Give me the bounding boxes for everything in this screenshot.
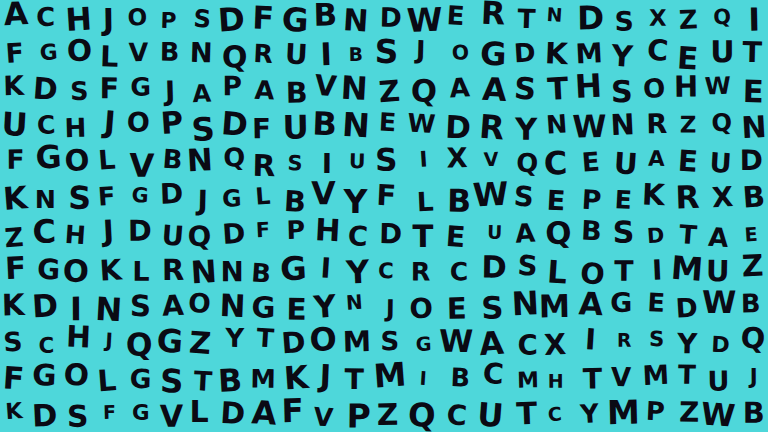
letter-cell[interactable]: Q <box>704 0 740 36</box>
letter-cell[interactable]: O <box>442 34 478 72</box>
letter-cell[interactable]: N <box>183 141 216 179</box>
letter-cell[interactable]: U <box>476 214 513 251</box>
letter-cell[interactable]: A <box>640 141 671 177</box>
letter-cell[interactable]: Q <box>542 214 575 252</box>
letter-cell[interactable]: D <box>217 215 250 253</box>
letter-cell[interactable]: U <box>471 396 509 432</box>
letter-cell[interactable]: C <box>28 213 61 250</box>
letter-cell[interactable]: D <box>374 0 408 36</box>
letter-cell[interactable]: K <box>0 288 29 325</box>
letter-cell[interactable]: C <box>538 395 571 432</box>
letter-cell[interactable]: B <box>310 0 342 33</box>
letter-cell[interactable]: F <box>369 176 403 213</box>
letter-cell[interactable]: G <box>279 2 312 40</box>
letter-cell[interactable]: U <box>701 363 736 400</box>
letter-cell[interactable]: S <box>64 74 95 110</box>
letter-cell[interactable]: R <box>247 36 280 73</box>
letter-cell[interactable]: S <box>373 323 406 360</box>
letter-cell[interactable]: D <box>28 70 62 108</box>
letter-cell[interactable]: U <box>280 109 312 146</box>
letter-cell[interactable]: B <box>244 255 277 293</box>
letter-cell[interactable]: S <box>507 178 541 216</box>
letter-cell[interactable]: I <box>641 252 674 289</box>
letter-cell[interactable]: M <box>639 357 672 394</box>
letter-cell[interactable]: D <box>702 325 738 362</box>
letter-cell[interactable]: D <box>669 289 703 327</box>
letter-cell[interactable]: Q <box>405 72 442 109</box>
letter-cell[interactable]: B <box>281 74 313 111</box>
letter-cell[interactable]: S <box>0 323 30 361</box>
letter-cell[interactable]: Y <box>604 38 639 76</box>
letter-cell[interactable]: R <box>402 255 438 291</box>
letter-cell[interactable]: F <box>246 111 278 147</box>
letter-cell[interactable]: S <box>186 0 219 38</box>
letter-cell[interactable]: D <box>736 143 767 179</box>
letter-cell[interactable]: G <box>474 35 511 72</box>
letter-cell[interactable]: H <box>59 217 92 255</box>
letter-cell[interactable]: D <box>277 323 311 361</box>
letter-cell[interactable]: V <box>156 399 187 432</box>
letter-cell[interactable]: U <box>341 143 373 180</box>
letter-cell[interactable]: F <box>0 249 32 286</box>
letter-cell[interactable]: Q <box>703 104 739 142</box>
letter-cell[interactable]: E <box>572 143 609 182</box>
letter-cell[interactable]: O <box>121 0 153 37</box>
letter-cell[interactable]: E <box>437 218 474 256</box>
letter-cell[interactable]: S <box>125 289 156 325</box>
letter-cell[interactable]: Q <box>736 319 768 357</box>
letter-cell[interactable]: R <box>641 106 673 142</box>
letter-cell[interactable]: N <box>737 109 768 147</box>
letter-cell[interactable]: N <box>338 69 371 107</box>
letter-cell[interactable]: U <box>0 106 31 144</box>
letter-cell[interactable]: C <box>641 31 674 69</box>
letter-cell[interactable]: D <box>508 34 541 72</box>
letter-cell[interactable]: I <box>404 359 442 397</box>
letter-cell[interactable]: W <box>472 176 509 214</box>
letter-cell[interactable]: F <box>0 34 31 72</box>
letter-cell[interactable]: O <box>307 321 339 358</box>
letter-cell[interactable]: O <box>183 284 216 322</box>
letter-cell[interactable]: L <box>184 394 215 430</box>
letter-cell[interactable]: P <box>639 393 672 430</box>
letter-cell[interactable]: N <box>185 35 217 72</box>
letter-cell[interactable]: R <box>670 180 703 217</box>
word-search-board: ACHJOPSDFGBNDWERTNDSXZQIFGOLVBNQRUIBSJOG… <box>0 0 768 432</box>
letter-cell[interactable]: L <box>125 254 156 290</box>
letter-cell[interactable]: F <box>277 393 309 430</box>
letter-cell[interactable]: G <box>124 176 157 214</box>
letter-cell[interactable]: G <box>125 69 157 105</box>
letter-cell[interactable]: K <box>0 68 30 105</box>
letter-cell[interactable]: D <box>28 397 61 432</box>
letter-cell[interactable]: A <box>573 286 609 324</box>
letter-cell[interactable]: N <box>339 106 372 144</box>
letter-cell[interactable]: U <box>702 144 738 182</box>
letter-cell[interactable]: G <box>277 250 310 288</box>
letter-cell[interactable]: W <box>700 68 736 105</box>
letter-cell[interactable]: N <box>509 285 542 323</box>
letter-cell[interactable]: M <box>372 357 407 395</box>
letter-cell[interactable]: D <box>124 213 155 249</box>
letter-cell[interactable]: Z <box>736 247 768 284</box>
letter-cell[interactable]: N <box>217 254 248 290</box>
letter-cell[interactable]: B <box>737 179 768 217</box>
letter-cell[interactable]: R <box>607 323 640 359</box>
letter-cell[interactable]: D <box>216 395 249 432</box>
letter-cell[interactable]: F <box>90 178 123 216</box>
letter-cell[interactable]: E <box>437 0 473 35</box>
letter-cell[interactable]: F <box>94 394 126 431</box>
letter-cell[interactable]: N <box>605 106 640 144</box>
letter-cell[interactable]: O <box>60 253 92 290</box>
letter-cell[interactable]: G <box>215 181 248 218</box>
letter-cell[interactable]: D <box>155 176 187 213</box>
letter-cell[interactable]: S <box>370 34 403 71</box>
letter-cell[interactable]: G <box>32 34 65 72</box>
letter-cell[interactable]: C <box>474 355 512 393</box>
letter-cell[interactable]: W <box>702 285 736 321</box>
letter-cell[interactable]: E <box>370 104 404 142</box>
letter-cell[interactable]: H <box>570 67 606 105</box>
letter-cell[interactable]: M <box>669 250 704 288</box>
letter-cell[interactable]: C <box>369 253 402 289</box>
letter-cell[interactable]: I <box>404 141 442 179</box>
letter-cell[interactable]: N <box>338 284 371 322</box>
letter-cell[interactable]: G <box>605 285 638 321</box>
letter-cell[interactable]: D <box>573 0 608 36</box>
letter-cell[interactable]: O <box>402 290 439 327</box>
letter-cell[interactable]: P <box>343 397 374 432</box>
letter-cell[interactable]: E <box>670 143 704 181</box>
letter-cell[interactable]: D <box>29 288 62 326</box>
letter-cell[interactable]: W <box>699 395 736 432</box>
letter-cell[interactable]: F <box>0 142 31 178</box>
letter-cell[interactable]: F <box>247 211 280 248</box>
letter-cell[interactable]: K <box>94 252 127 290</box>
letter-cell[interactable]: B <box>441 184 476 221</box>
letter-cell[interactable]: C <box>540 145 573 182</box>
letter-cell[interactable]: D <box>476 249 512 285</box>
letter-cell[interactable]: Z <box>183 324 217 362</box>
letter-cell[interactable]: I <box>738 1 768 38</box>
letter-cell[interactable]: J <box>738 359 768 395</box>
letter-cell[interactable]: A <box>441 69 477 107</box>
letter-cell[interactable]: J <box>402 32 439 69</box>
letter-cell[interactable]: S <box>605 74 638 110</box>
letter-cell[interactable]: P <box>217 68 248 104</box>
letter-cell[interactable]: V <box>123 35 154 71</box>
letter-cell[interactable]: F <box>0 359 30 397</box>
letter-cell[interactable]: C <box>30 0 61 36</box>
letter-cell[interactable]: D <box>215 1 248 39</box>
letter-cell[interactable]: W <box>572 108 607 145</box>
letter-cell[interactable]: O <box>123 104 154 140</box>
letter-cell[interactable]: J <box>187 183 219 220</box>
letter-cell[interactable]: N <box>538 0 571 33</box>
letter-cell[interactable]: M <box>341 324 373 361</box>
letter-cell[interactable]: Q <box>403 397 440 432</box>
letter-cell[interactable]: G <box>405 326 442 363</box>
letter-cell[interactable]: S <box>62 399 93 432</box>
letter-cell[interactable]: J <box>309 357 341 394</box>
letter-cell[interactable]: A <box>0 0 32 34</box>
letter-cell[interactable]: V <box>604 359 637 395</box>
letter-cell[interactable]: C <box>438 397 475 432</box>
letter-cell[interactable]: M <box>539 289 571 326</box>
letter-cell[interactable]: B <box>340 37 371 73</box>
letter-cell[interactable]: S <box>474 290 511 327</box>
letter-cell[interactable]: T <box>736 34 768 71</box>
letter-cell[interactable]: S <box>607 3 640 40</box>
letter-cell[interactable]: B <box>738 395 768 431</box>
letter-cell[interactable]: K <box>0 180 32 218</box>
letter-cell[interactable]: P <box>280 212 312 249</box>
letter-cell[interactable]: X <box>539 326 572 363</box>
letter-cell[interactable]: B <box>308 105 340 142</box>
letter-cell[interactable]: Y <box>219 321 250 357</box>
letter-cell[interactable]: G <box>125 361 157 398</box>
letter-cell[interactable]: H <box>540 363 571 399</box>
letter-cell[interactable]: V <box>308 176 339 212</box>
letter-cell[interactable]: A <box>185 75 217 112</box>
letter-cell[interactable]: Q <box>219 140 251 177</box>
letter-cell[interactable]: Y <box>571 395 608 432</box>
letter-cell[interactable]: L <box>90 141 124 179</box>
letter-cell[interactable]: Z <box>371 398 404 432</box>
letter-cell[interactable]: Z <box>671 2 705 39</box>
letter-cell[interactable]: J <box>93 103 127 141</box>
letter-cell[interactable]: Q <box>184 219 215 255</box>
letter-cell[interactable]: Q <box>123 327 154 363</box>
letter-cell[interactable]: F <box>247 0 279 37</box>
letter-cell[interactable]: W <box>439 323 474 359</box>
letter-cell[interactable]: R <box>474 0 511 33</box>
letter-cell[interactable]: B <box>442 360 478 397</box>
letter-cell[interactable]: B <box>154 34 185 70</box>
letter-cell[interactable]: Z <box>672 107 704 143</box>
letter-cell[interactable]: N <box>339 2 372 40</box>
letter-cell[interactable]: B <box>573 212 609 250</box>
letter-cell[interactable]: O <box>60 356 93 394</box>
letter-cell[interactable]: A <box>248 73 280 110</box>
letter-cell[interactable]: G <box>28 358 61 395</box>
letter-cell[interactable]: U <box>705 34 739 70</box>
letter-cell[interactable]: X <box>642 0 673 36</box>
letter-cell[interactable]: H <box>311 212 344 250</box>
letter-cell[interactable]: S <box>509 70 543 108</box>
letter-cell[interactable]: O <box>63 32 95 69</box>
letter-cell[interactable]: F <box>94 70 125 106</box>
letter-cell[interactable]: D <box>639 217 672 255</box>
letter-cell[interactable]: B <box>735 286 766 322</box>
letter-cell[interactable]: C <box>441 253 476 290</box>
letter-cell[interactable]: L <box>406 183 443 221</box>
letter-cell[interactable]: L <box>541 254 575 292</box>
letter-cell[interactable]: J <box>92 213 125 251</box>
letter-cell[interactable]: J <box>93 2 124 38</box>
letter-cell[interactable]: E <box>737 73 768 110</box>
letter-cell[interactable]: P <box>155 104 188 142</box>
letter-cell[interactable]: V <box>307 399 340 432</box>
letter-cell[interactable]: K <box>637 177 670 214</box>
letter-cell[interactable]: D <box>374 216 407 253</box>
letter-cell[interactable]: K <box>540 36 573 73</box>
letter-cell[interactable]: I <box>572 320 608 358</box>
letter-cell[interactable]: X <box>439 140 474 177</box>
letter-cell[interactable]: G <box>153 322 186 360</box>
letter-cell[interactable]: S <box>511 247 544 285</box>
letter-cell[interactable]: S <box>641 321 672 357</box>
letter-cell[interactable]: T <box>339 362 370 398</box>
letter-cell[interactable]: A <box>248 394 281 432</box>
letter-cell[interactable]: X <box>704 178 740 216</box>
letter-cell[interactable]: E <box>639 285 672 323</box>
letter-cell[interactable]: Y <box>340 184 371 220</box>
letter-cell[interactable]: A <box>700 218 737 256</box>
letter-cell[interactable]: J <box>93 321 126 359</box>
letter-cell[interactable]: S <box>370 141 403 177</box>
letter-cell[interactable]: I <box>309 250 342 288</box>
letter-cell[interactable]: H <box>670 70 702 106</box>
letter-cell[interactable]: H <box>62 319 94 356</box>
letter-cell[interactable]: V <box>472 140 509 177</box>
letter-cell[interactable]: S <box>607 215 640 251</box>
letter-cell[interactable]: G <box>125 395 156 431</box>
letter-cell[interactable]: O <box>60 142 93 180</box>
letter-cell[interactable]: H <box>60 109 92 146</box>
letter-cell[interactable]: Y <box>511 112 542 148</box>
letter-cell[interactable]: T <box>670 356 703 393</box>
letter-cell[interactable]: U <box>280 36 313 74</box>
letter-cell[interactable]: M <box>606 393 640 430</box>
letter-cell[interactable]: N <box>216 287 248 324</box>
letter-cell[interactable]: S <box>279 145 311 182</box>
letter-cell[interactable]: C <box>341 217 374 255</box>
letter-cell[interactable]: R <box>157 252 188 288</box>
letter-cell[interactable]: O <box>637 69 670 107</box>
letter-cell[interactable]: K <box>0 393 31 431</box>
letter-cell[interactable]: N <box>540 106 574 144</box>
letter-cell[interactable]: W <box>402 105 440 143</box>
letter-cell[interactable]: T <box>405 219 441 255</box>
